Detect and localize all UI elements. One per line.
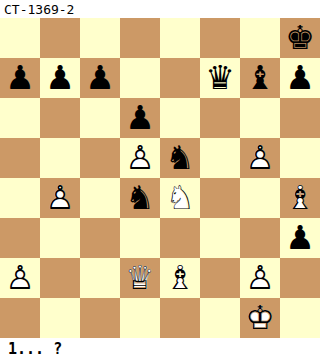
square-d6[interactable]: ♟ xyxy=(120,98,160,138)
black-knight[interactable]: ♞ xyxy=(160,138,200,178)
move-prompt: 1... ? xyxy=(0,338,320,360)
square-b5[interactable] xyxy=(40,138,80,178)
square-d5[interactable]: ♟♙ xyxy=(120,138,160,178)
square-d7[interactable] xyxy=(120,58,160,98)
square-c3[interactable] xyxy=(80,218,120,258)
square-a2[interactable]: ♟♙ xyxy=(0,258,40,298)
square-g4[interactable] xyxy=(240,178,280,218)
square-e4[interactable]: ♞♘ xyxy=(160,178,200,218)
square-a3[interactable] xyxy=(0,218,40,258)
white-pawn-outline: ♙ xyxy=(240,258,280,298)
puzzle-title: CT-1369-2 xyxy=(0,0,320,18)
black-king[interactable]: ♚ xyxy=(280,18,320,58)
white-king-outline: ♔ xyxy=(240,298,280,338)
square-b1[interactable] xyxy=(40,298,80,338)
white-king[interactable]: ♚♔ xyxy=(240,298,280,338)
white-pawn-outline: ♙ xyxy=(0,258,40,298)
square-a8[interactable] xyxy=(0,18,40,58)
square-b8[interactable] xyxy=(40,18,80,58)
square-e6[interactable] xyxy=(160,98,200,138)
square-g6[interactable] xyxy=(240,98,280,138)
white-pawn-outline: ♙ xyxy=(40,178,80,218)
square-c8[interactable] xyxy=(80,18,120,58)
square-g8[interactable] xyxy=(240,18,280,58)
square-b7[interactable]: ♟ xyxy=(40,58,80,98)
square-c5[interactable] xyxy=(80,138,120,178)
black-pawn[interactable]: ♟ xyxy=(120,98,160,138)
white-pawn[interactable]: ♟♙ xyxy=(120,138,160,178)
square-a5[interactable] xyxy=(0,138,40,178)
white-pawn[interactable]: ♟♙ xyxy=(240,138,280,178)
square-g5[interactable]: ♟♙ xyxy=(240,138,280,178)
white-pawn[interactable]: ♟♙ xyxy=(240,258,280,298)
black-queen[interactable]: ♛ xyxy=(200,58,240,98)
square-h1[interactable] xyxy=(280,298,320,338)
black-knight[interactable]: ♞ xyxy=(120,178,160,218)
square-g2[interactable]: ♟♙ xyxy=(240,258,280,298)
square-f5[interactable] xyxy=(200,138,240,178)
square-d3[interactable] xyxy=(120,218,160,258)
square-g1[interactable]: ♚♔ xyxy=(240,298,280,338)
white-bishop-outline: ♗ xyxy=(160,258,200,298)
black-pawn[interactable]: ♟ xyxy=(40,58,80,98)
square-b2[interactable] xyxy=(40,258,80,298)
square-a6[interactable] xyxy=(0,98,40,138)
white-queen-outline: ♕ xyxy=(120,258,160,298)
black-pawn[interactable]: ♟ xyxy=(80,58,120,98)
square-e1[interactable] xyxy=(160,298,200,338)
square-h8[interactable]: ♚ xyxy=(280,18,320,58)
square-e8[interactable] xyxy=(160,18,200,58)
square-d8[interactable] xyxy=(120,18,160,58)
square-e5[interactable]: ♞ xyxy=(160,138,200,178)
square-h2[interactable] xyxy=(280,258,320,298)
black-pawn[interactable]: ♟ xyxy=(0,58,40,98)
white-queen[interactable]: ♛♕ xyxy=(120,258,160,298)
square-h5[interactable] xyxy=(280,138,320,178)
square-e2[interactable]: ♝♗ xyxy=(160,258,200,298)
square-b4[interactable]: ♟♙ xyxy=(40,178,80,218)
white-bishop-outline: ♗ xyxy=(280,178,320,218)
white-pawn[interactable]: ♟♙ xyxy=(40,178,80,218)
square-f7[interactable]: ♛ xyxy=(200,58,240,98)
square-g3[interactable] xyxy=(240,218,280,258)
square-c6[interactable] xyxy=(80,98,120,138)
square-c2[interactable] xyxy=(80,258,120,298)
black-bishop[interactable]: ♝ xyxy=(240,58,280,98)
square-g7[interactable]: ♝ xyxy=(240,58,280,98)
black-pawn[interactable]: ♟ xyxy=(280,218,320,258)
square-a7[interactable]: ♟ xyxy=(0,58,40,98)
square-h4[interactable]: ♝♗ xyxy=(280,178,320,218)
square-e3[interactable] xyxy=(160,218,200,258)
square-f2[interactable] xyxy=(200,258,240,298)
square-c1[interactable] xyxy=(80,298,120,338)
square-f3[interactable] xyxy=(200,218,240,258)
chess-board: ♚♟♟♟♛♝♟♟♟♙♞♟♙♟♙♞♞♘♝♗♟♟♙♛♕♝♗♟♙♚♔ xyxy=(0,18,320,338)
white-knight-outline: ♘ xyxy=(160,178,200,218)
white-pawn-outline: ♙ xyxy=(240,138,280,178)
square-a1[interactable] xyxy=(0,298,40,338)
square-d2[interactable]: ♛♕ xyxy=(120,258,160,298)
square-h7[interactable]: ♟ xyxy=(280,58,320,98)
white-bishop[interactable]: ♝♗ xyxy=(160,258,200,298)
square-e7[interactable] xyxy=(160,58,200,98)
square-h6[interactable] xyxy=(280,98,320,138)
white-pawn[interactable]: ♟♙ xyxy=(0,258,40,298)
square-c7[interactable]: ♟ xyxy=(80,58,120,98)
square-c4[interactable] xyxy=(80,178,120,218)
square-f6[interactable] xyxy=(200,98,240,138)
square-d4[interactable]: ♞ xyxy=(120,178,160,218)
square-f1[interactable] xyxy=(200,298,240,338)
square-b3[interactable] xyxy=(40,218,80,258)
white-bishop[interactable]: ♝♗ xyxy=(280,178,320,218)
square-h3[interactable]: ♟ xyxy=(280,218,320,258)
white-pawn-outline: ♙ xyxy=(120,138,160,178)
square-b6[interactable] xyxy=(40,98,80,138)
chess-puzzle-window: CT-1369-2 ♚♟♟♟♛♝♟♟♟♙♞♟♙♟♙♞♞♘♝♗♟♟♙♛♕♝♗♟♙♚… xyxy=(0,0,320,360)
square-f8[interactable] xyxy=(200,18,240,58)
black-pawn[interactable]: ♟ xyxy=(280,58,320,98)
square-f4[interactable] xyxy=(200,178,240,218)
white-knight[interactable]: ♞♘ xyxy=(160,178,200,218)
square-a4[interactable] xyxy=(0,178,40,218)
square-d1[interactable] xyxy=(120,298,160,338)
